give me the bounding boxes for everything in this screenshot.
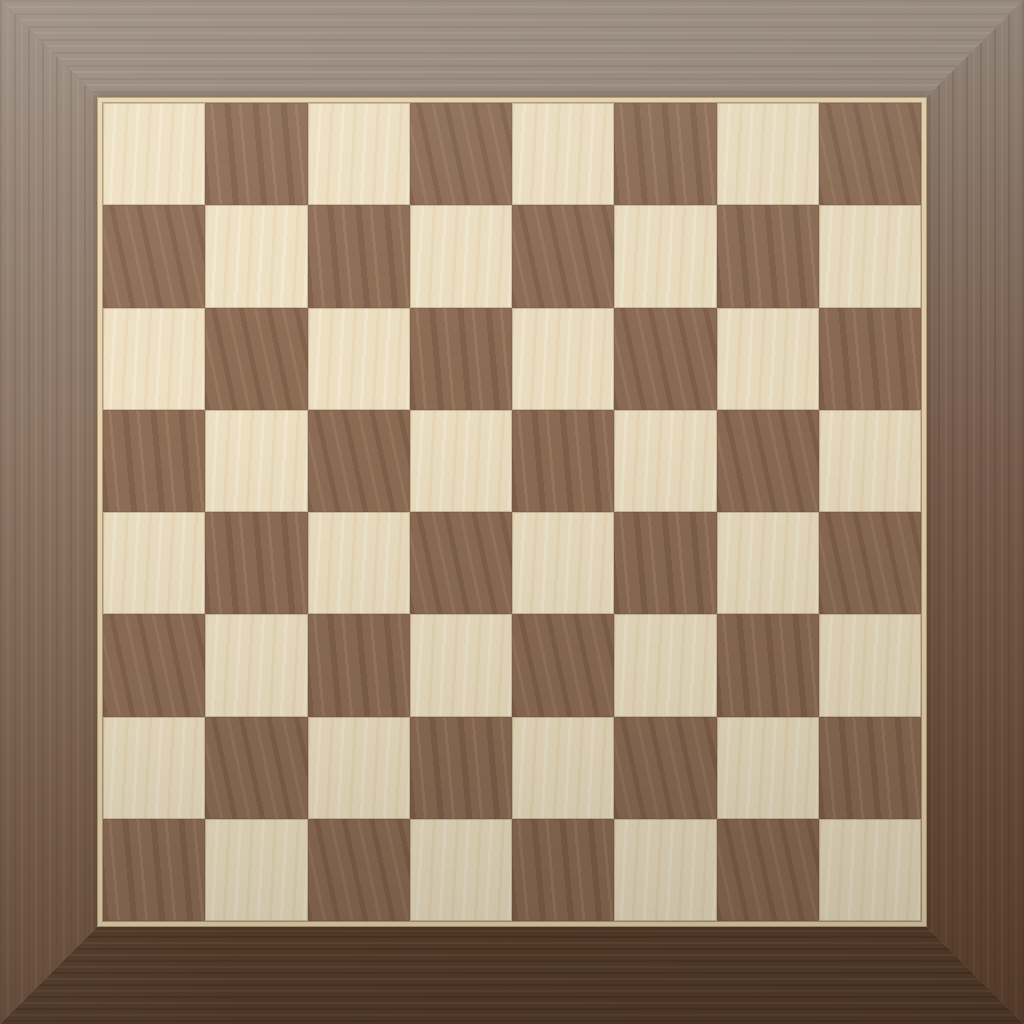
square-g6[interactable] xyxy=(717,308,819,410)
square-g7[interactable] xyxy=(717,205,819,307)
square-f5[interactable] xyxy=(614,410,716,512)
board-inlay-border xyxy=(97,97,927,927)
square-h4[interactable] xyxy=(819,512,921,614)
square-e6[interactable] xyxy=(512,308,614,410)
square-a6[interactable] xyxy=(103,308,205,410)
square-e3[interactable] xyxy=(512,614,614,716)
square-f4[interactable] xyxy=(614,512,716,614)
square-e8[interactable] xyxy=(512,103,614,205)
square-f6[interactable] xyxy=(614,308,716,410)
square-d5[interactable] xyxy=(410,410,512,512)
square-b4[interactable] xyxy=(205,512,307,614)
square-b5[interactable] xyxy=(205,410,307,512)
square-c2[interactable] xyxy=(308,717,410,819)
square-c4[interactable] xyxy=(308,512,410,614)
square-e7[interactable] xyxy=(512,205,614,307)
chess-board xyxy=(0,0,1024,1024)
square-g2[interactable] xyxy=(717,717,819,819)
square-d8[interactable] xyxy=(410,103,512,205)
square-e5[interactable] xyxy=(512,410,614,512)
square-f3[interactable] xyxy=(614,614,716,716)
square-d3[interactable] xyxy=(410,614,512,716)
square-g4[interactable] xyxy=(717,512,819,614)
square-b3[interactable] xyxy=(205,614,307,716)
square-f2[interactable] xyxy=(614,717,716,819)
square-c6[interactable] xyxy=(308,308,410,410)
square-d6[interactable] xyxy=(410,308,512,410)
square-a2[interactable] xyxy=(103,717,205,819)
square-e1[interactable] xyxy=(512,819,614,921)
square-f1[interactable] xyxy=(614,819,716,921)
square-b2[interactable] xyxy=(205,717,307,819)
square-c5[interactable] xyxy=(308,410,410,512)
square-a4[interactable] xyxy=(103,512,205,614)
square-h7[interactable] xyxy=(819,205,921,307)
square-b6[interactable] xyxy=(205,308,307,410)
square-h2[interactable] xyxy=(819,717,921,819)
square-c1[interactable] xyxy=(308,819,410,921)
square-g8[interactable] xyxy=(717,103,819,205)
square-b1[interactable] xyxy=(205,819,307,921)
square-d1[interactable] xyxy=(410,819,512,921)
square-b8[interactable] xyxy=(205,103,307,205)
square-b7[interactable] xyxy=(205,205,307,307)
square-e4[interactable] xyxy=(512,512,614,614)
square-e2[interactable] xyxy=(512,717,614,819)
square-a8[interactable] xyxy=(103,103,205,205)
square-h5[interactable] xyxy=(819,410,921,512)
square-a1[interactable] xyxy=(103,819,205,921)
square-h6[interactable] xyxy=(819,308,921,410)
square-f8[interactable] xyxy=(614,103,716,205)
square-g1[interactable] xyxy=(717,819,819,921)
board-squares-grid xyxy=(103,103,921,921)
square-h3[interactable] xyxy=(819,614,921,716)
square-d4[interactable] xyxy=(410,512,512,614)
square-d2[interactable] xyxy=(410,717,512,819)
square-a3[interactable] xyxy=(103,614,205,716)
square-c3[interactable] xyxy=(308,614,410,716)
square-a5[interactable] xyxy=(103,410,205,512)
square-g3[interactable] xyxy=(717,614,819,716)
square-g5[interactable] xyxy=(717,410,819,512)
square-c7[interactable] xyxy=(308,205,410,307)
square-d7[interactable] xyxy=(410,205,512,307)
square-f7[interactable] xyxy=(614,205,716,307)
square-h8[interactable] xyxy=(819,103,921,205)
square-a7[interactable] xyxy=(103,205,205,307)
square-h1[interactable] xyxy=(819,819,921,921)
square-c8[interactable] xyxy=(308,103,410,205)
